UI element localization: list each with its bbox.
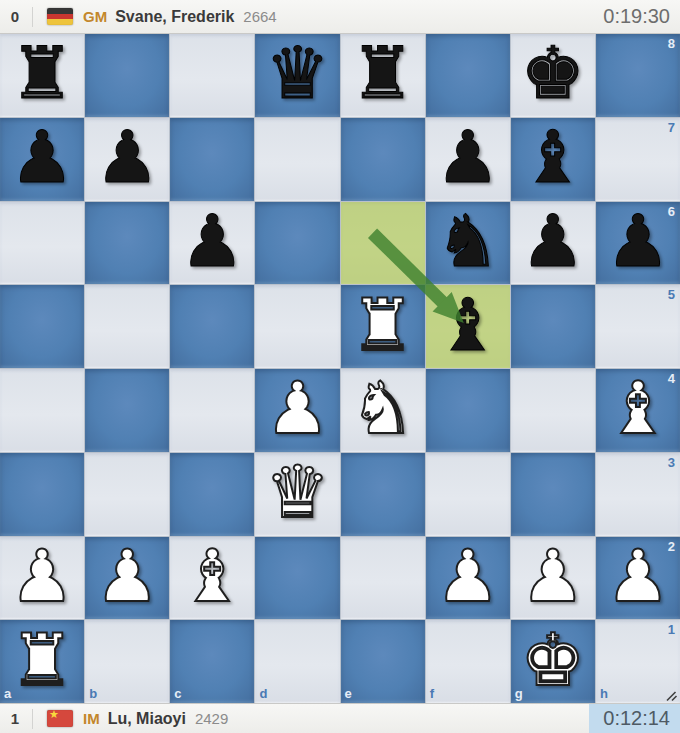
square-c8[interactable] xyxy=(170,34,254,117)
board-container: ♜♛♜♚8♟♟♟♝7♟♞♟6♟♜♝5♟♞4♝♛3♟♟♝♟♟2♟a♜bcdefg♚… xyxy=(0,34,680,703)
square-e5[interactable]: ♜ xyxy=(341,285,425,368)
square-e3[interactable] xyxy=(341,453,425,536)
square-b7[interactable]: ♟ xyxy=(85,118,169,201)
piece-black-pawn[interactable]: ♟ xyxy=(10,121,75,193)
square-c5[interactable] xyxy=(170,285,254,368)
square-e7[interactable] xyxy=(341,118,425,201)
square-h3[interactable]: 3 xyxy=(596,453,680,536)
file-label-g: g xyxy=(515,687,523,700)
player-score: 1 xyxy=(0,710,30,727)
board: ♜♛♜♚8♟♟♟♝7♟♞♟6♟♜♝5♟♞4♝♛3♟♟♝♟♟2♟a♜bcdefg♚… xyxy=(0,34,680,703)
star-icon: ★ xyxy=(49,708,59,721)
square-g2[interactable]: ♟ xyxy=(511,537,595,620)
piece-black-pawn[interactable]: ♟ xyxy=(95,121,160,193)
square-a5[interactable] xyxy=(0,285,84,368)
square-h2[interactable]: 2♟ xyxy=(596,537,680,620)
square-d2[interactable] xyxy=(255,537,339,620)
square-d4[interactable]: ♟ xyxy=(255,369,339,452)
germany-flag-icon xyxy=(47,8,73,25)
player-bar-top: 0 GM Svane, Frederik 2664 0:19:30 xyxy=(0,0,680,34)
square-h5[interactable]: 5 xyxy=(596,285,680,368)
piece-black-rook[interactable]: ♜ xyxy=(350,37,415,109)
file-label-b: b xyxy=(89,687,97,700)
app-window: 0 GM Svane, Frederik 2664 0:19:30 ♜♛♜♚8♟… xyxy=(0,0,680,733)
piece-white-bishop[interactable]: ♝ xyxy=(180,540,245,612)
piece-white-knight[interactable]: ♞ xyxy=(350,372,415,444)
square-f2[interactable]: ♟ xyxy=(426,537,510,620)
piece-white-pawn[interactable]: ♟ xyxy=(521,540,586,612)
piece-white-pawn[interactable]: ♟ xyxy=(10,540,75,612)
file-label-c: c xyxy=(174,687,181,700)
square-d3[interactable]: ♛ xyxy=(255,453,339,536)
file-label-a: a xyxy=(4,687,11,700)
file-label-f: f xyxy=(430,687,434,700)
square-d7[interactable] xyxy=(255,118,339,201)
square-f7[interactable]: ♟ xyxy=(426,118,510,201)
square-c1[interactable]: c xyxy=(170,620,254,703)
square-c3[interactable] xyxy=(170,453,254,536)
square-e4[interactable]: ♞ xyxy=(341,369,425,452)
square-f4[interactable] xyxy=(426,369,510,452)
square-c4[interactable] xyxy=(170,369,254,452)
piece-black-pawn[interactable]: ♟ xyxy=(435,121,500,193)
piece-white-rook[interactable]: ♜ xyxy=(350,289,415,361)
separator xyxy=(32,7,33,27)
rank-label-8: 8 xyxy=(668,37,675,50)
player-rating: 2429 xyxy=(195,710,228,727)
square-h8[interactable]: 8 xyxy=(596,34,680,117)
rank-label-4: 4 xyxy=(668,372,675,385)
piece-black-bishop[interactable]: ♝ xyxy=(521,121,586,193)
player-name: Lu, Miaoyi xyxy=(108,710,186,728)
square-a6[interactable] xyxy=(0,202,84,285)
rank-label-6: 6 xyxy=(668,205,675,218)
square-g7[interactable]: ♝ xyxy=(511,118,595,201)
piece-black-rook[interactable]: ♜ xyxy=(10,37,75,109)
file-label-d: d xyxy=(259,687,267,700)
square-h7[interactable]: 7 xyxy=(596,118,680,201)
square-b5[interactable] xyxy=(85,285,169,368)
china-flag-icon: ★ xyxy=(47,710,73,727)
rank-label-3: 3 xyxy=(668,456,675,469)
square-h6[interactable]: 6♟ xyxy=(596,202,680,285)
square-a1[interactable]: a♜ xyxy=(0,620,84,703)
piece-black-knight[interactable]: ♞ xyxy=(435,205,500,277)
player-clock: 0:12:14 xyxy=(589,704,680,733)
file-label-e: e xyxy=(345,687,352,700)
square-e1[interactable]: e xyxy=(341,620,425,703)
square-b1[interactable]: b xyxy=(85,620,169,703)
player-clock: 0:19:30 xyxy=(589,0,680,33)
piece-white-pawn[interactable]: ♟ xyxy=(95,540,160,612)
square-g1[interactable]: g♚ xyxy=(511,620,595,703)
square-e2[interactable] xyxy=(341,537,425,620)
piece-white-rook[interactable]: ♜ xyxy=(10,624,75,696)
player-title: GM xyxy=(83,8,107,25)
rank-label-2: 2 xyxy=(668,540,675,553)
square-e8[interactable]: ♜ xyxy=(341,34,425,117)
square-g4[interactable] xyxy=(511,369,595,452)
piece-black-pawn[interactable]: ♟ xyxy=(180,205,245,277)
square-b2[interactable]: ♟ xyxy=(85,537,169,620)
square-h4[interactable]: 4♝ xyxy=(596,369,680,452)
square-d8[interactable]: ♛ xyxy=(255,34,339,117)
square-f5[interactable]: ♝ xyxy=(426,285,510,368)
piece-white-pawn[interactable]: ♟ xyxy=(265,372,330,444)
square-a4[interactable] xyxy=(0,369,84,452)
player-title: IM xyxy=(83,710,100,727)
piece-black-king[interactable]: ♚ xyxy=(521,37,586,109)
square-f3[interactable] xyxy=(426,453,510,536)
square-a3[interactable] xyxy=(0,453,84,536)
square-c7[interactable] xyxy=(170,118,254,201)
square-b3[interactable] xyxy=(85,453,169,536)
separator xyxy=(32,709,33,729)
player-name: Svane, Frederik xyxy=(115,8,234,26)
square-f1[interactable]: f xyxy=(426,620,510,703)
piece-white-queen[interactable]: ♛ xyxy=(265,456,330,528)
piece-black-queen[interactable]: ♛ xyxy=(265,37,330,109)
square-g5[interactable] xyxy=(511,285,595,368)
square-g8[interactable]: ♚ xyxy=(511,34,595,117)
piece-white-king[interactable]: ♚ xyxy=(521,624,586,696)
piece-white-pawn[interactable]: ♟ xyxy=(435,540,500,612)
square-a8[interactable]: ♜ xyxy=(0,34,84,117)
player-bar-bottom: 1 ★ IM Lu, Miaoyi 2429 0:12:14 xyxy=(0,703,680,733)
square-b4[interactable] xyxy=(85,369,169,452)
rank-label-1: 1 xyxy=(668,623,675,636)
square-f6[interactable]: ♞ xyxy=(426,202,510,285)
square-b8[interactable] xyxy=(85,34,169,117)
piece-white-bishop[interactable]: ♝ xyxy=(606,372,671,444)
player-score: 0 xyxy=(0,8,30,25)
piece-black-pawn[interactable]: ♟ xyxy=(606,205,671,277)
square-d1[interactable]: d xyxy=(255,620,339,703)
piece-black-pawn[interactable]: ♟ xyxy=(521,205,586,277)
square-f8[interactable] xyxy=(426,34,510,117)
file-label-h: h xyxy=(600,687,608,700)
square-a2[interactable]: ♟ xyxy=(0,537,84,620)
square-a7[interactable]: ♟ xyxy=(0,118,84,201)
square-g6[interactable]: ♟ xyxy=(511,202,595,285)
square-e6[interactable] xyxy=(341,202,425,285)
rank-label-5: 5 xyxy=(668,288,675,301)
player-rating: 2664 xyxy=(243,8,276,25)
square-c6[interactable]: ♟ xyxy=(170,202,254,285)
square-d6[interactable] xyxy=(255,202,339,285)
square-c2[interactable]: ♝ xyxy=(170,537,254,620)
square-b6[interactable] xyxy=(85,202,169,285)
square-d5[interactable] xyxy=(255,285,339,368)
resize-handle-icon[interactable] xyxy=(664,689,678,702)
piece-white-pawn[interactable]: ♟ xyxy=(606,540,671,612)
square-g3[interactable] xyxy=(511,453,595,536)
piece-black-bishop[interactable]: ♝ xyxy=(435,289,500,361)
rank-label-7: 7 xyxy=(668,121,675,134)
